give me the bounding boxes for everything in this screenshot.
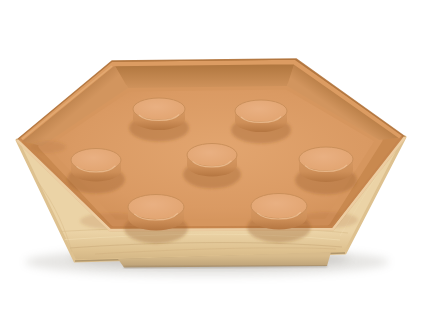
stud xyxy=(231,100,291,144)
stud xyxy=(247,194,311,243)
stud xyxy=(67,149,125,194)
stud xyxy=(124,195,188,244)
product-photo-stage xyxy=(0,0,423,317)
stud xyxy=(129,98,189,142)
stud xyxy=(183,144,241,189)
hex-stud-tray-photo xyxy=(0,0,423,317)
stud xyxy=(295,147,357,195)
